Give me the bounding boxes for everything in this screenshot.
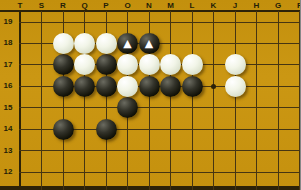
stone-white-N17[interactable] [139,54,160,75]
stone-white-J17[interactable] [225,54,246,75]
grid-line-horizontal-15 [19,107,300,108]
column-label-F: F [294,1,301,10]
stone-black-P17[interactable] [96,54,117,75]
column-label-R: R [57,1,69,10]
column-label-J: J [229,1,241,10]
stone-black-Q16[interactable] [74,76,95,97]
grid-line-horizontal-19 [19,22,300,23]
triangle-mark-icon: ▲ [145,37,153,48]
stone-white-Q17[interactable] [74,54,95,75]
stone-black-P16[interactable] [96,76,117,97]
stone-black-P14[interactable] [96,119,117,140]
grid-line-vertical-T [19,11,21,190]
column-label-K: K [208,1,220,10]
row-label-13: 13 [0,146,16,156]
column-label-Q: Q [79,1,91,10]
stone-white-O16[interactable] [117,76,138,97]
go-board[interactable]: TSRQPONMLKJHGF1918171615141312▲▲ [0,0,300,190]
column-label-T: T [14,1,26,10]
stone-black-R14[interactable] [53,119,74,140]
row-label-12: 12 [0,167,16,177]
stone-white-O17[interactable] [117,54,138,75]
column-label-H: H [251,1,263,10]
row-label-17: 17 [0,60,16,70]
stone-black-N18[interactable]: ▲ [139,33,160,54]
star-point-K16 [211,84,216,89]
row-label-14: 14 [0,124,16,134]
grid-line-vertical-H [256,11,257,190]
stone-white-P18[interactable] [96,33,117,54]
stone-black-R17[interactable] [53,54,74,75]
column-label-S: S [36,1,48,10]
stone-black-N16[interactable] [139,76,160,97]
column-label-O: O [122,1,134,10]
column-label-P: P [100,1,112,10]
grid-line-vertical-G [278,11,279,190]
column-label-M: M [165,1,177,10]
row-label-19: 19 [0,17,16,27]
grid-line-vertical-J [235,11,236,190]
stone-white-L17[interactable] [182,54,203,75]
grid-line-vertical-S [41,11,42,190]
grid-line-vertical-L [192,11,193,190]
row-label-15: 15 [0,103,16,113]
stone-white-Q18[interactable] [74,33,95,54]
grid-line-vertical-F [299,11,300,190]
grid-line-horizontal-12 [19,172,300,173]
stone-black-O18[interactable]: ▲ [117,33,138,54]
stone-white-R18[interactable] [53,33,74,54]
triangle-mark-icon: ▲ [123,37,131,48]
grid-line-vertical-M [170,11,171,190]
board-bottom-border [0,186,300,190]
stone-black-L16[interactable] [182,76,203,97]
stone-black-O15[interactable] [117,97,138,118]
column-label-G: G [272,1,284,10]
board-top-border [0,10,300,12]
stone-black-M16[interactable] [160,76,181,97]
stone-black-R16[interactable] [53,76,74,97]
grid-line-horizontal-13 [19,150,300,151]
row-label-18: 18 [0,38,16,48]
stone-white-J16[interactable] [225,76,246,97]
grid-line-vertical-K [213,11,214,190]
row-label-16: 16 [0,81,16,91]
column-label-N: N [143,1,155,10]
column-label-L: L [186,1,198,10]
stone-white-M17[interactable] [160,54,181,75]
